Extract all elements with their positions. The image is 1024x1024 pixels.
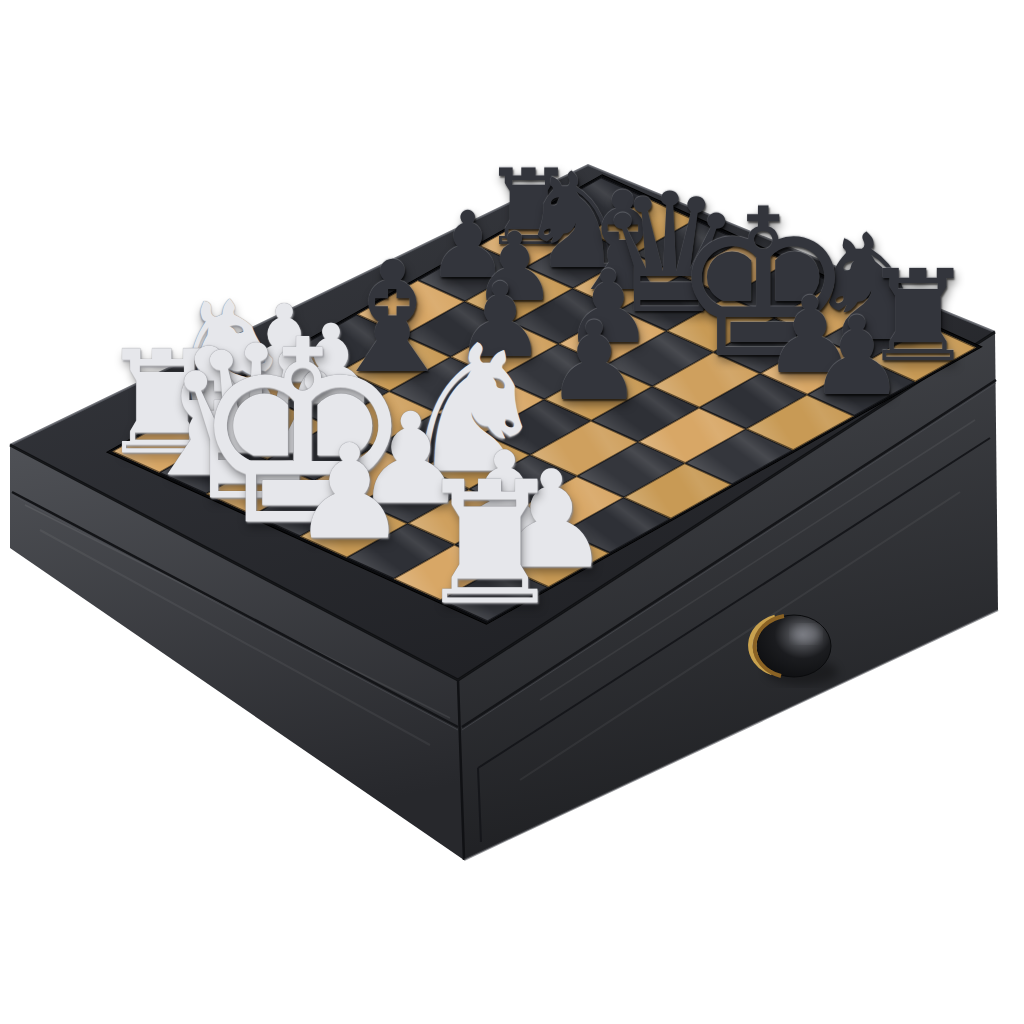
knob-highlight [792, 625, 820, 643]
chess-box-scene: ♜♞♟♝♟♛♚♟♟♞♟♜♟♟♜♟♞♝♝♟♟♛♟♚♟♞♟♜ [0, 0, 1024, 1024]
